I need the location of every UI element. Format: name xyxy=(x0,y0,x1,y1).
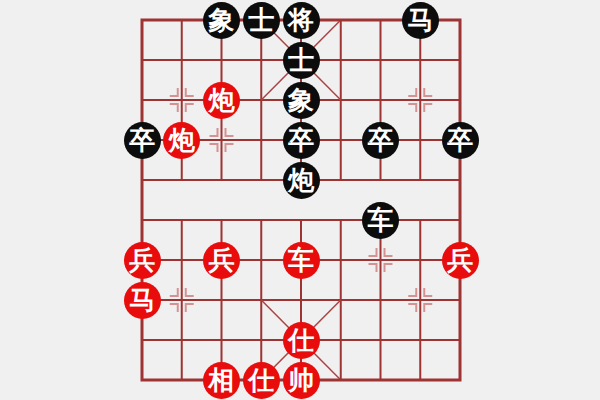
piece-red-cannon[interactable]: 炮 xyxy=(163,122,200,159)
piece-red-pawn[interactable]: 兵 xyxy=(203,242,240,279)
piece-black-general[interactable]: 将 xyxy=(283,2,320,39)
piece-red-elephant[interactable]: 相 xyxy=(203,362,240,399)
piece-black-advisor[interactable]: 士 xyxy=(243,2,280,39)
piece-black-pawn[interactable]: 卒 xyxy=(442,122,479,159)
piece-black-elephant[interactable]: 象 xyxy=(203,2,240,39)
piece-black-pawn[interactable]: 卒 xyxy=(362,122,399,159)
piece-red-horse[interactable]: 马 xyxy=(124,282,161,319)
piece-black-chariot[interactable]: 车 xyxy=(362,202,399,239)
piece-black-elephant[interactable]: 象 xyxy=(283,82,320,119)
piece-black-pawn[interactable]: 卒 xyxy=(283,122,320,159)
piece-red-advisor[interactable]: 仕 xyxy=(243,362,280,399)
piece-red-pawn[interactable]: 兵 xyxy=(124,242,161,279)
piece-black-horse[interactable]: 马 xyxy=(402,2,439,39)
piece-black-pawn[interactable]: 卒 xyxy=(124,122,161,159)
piece-red-pawn[interactable]: 兵 xyxy=(442,242,479,279)
pieces-layer: 象士将马士炮象卒炮卒卒卒炮车兵兵车兵马仕相仕帅 xyxy=(122,0,480,400)
piece-red-cannon[interactable]: 炮 xyxy=(203,82,240,119)
piece-red-general[interactable]: 帅 xyxy=(283,362,320,399)
piece-black-cannon[interactable]: 炮 xyxy=(283,162,320,199)
piece-red-advisor[interactable]: 仕 xyxy=(283,322,320,359)
piece-black-advisor[interactable]: 士 xyxy=(283,42,320,79)
piece-red-chariot[interactable]: 车 xyxy=(283,242,320,279)
xiangqi-board-screen: 象士将马士炮象卒炮卒卒卒炮车兵兵车兵马仕相仕帅 xyxy=(0,0,600,400)
